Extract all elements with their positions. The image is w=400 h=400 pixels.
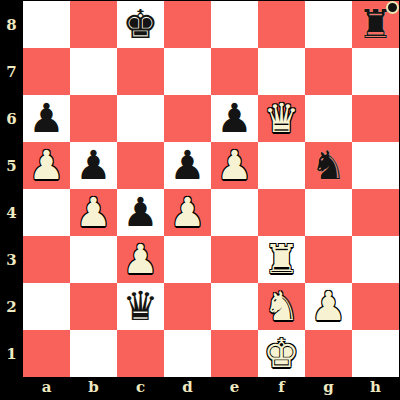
square-f1[interactable]: ♚: [258, 330, 305, 377]
square-b5[interactable]: ♟: [70, 142, 117, 189]
square-a7[interactable]: [23, 48, 70, 95]
square-f6[interactable]: ♛: [258, 95, 305, 142]
white-king-f1[interactable]: ♚: [258, 330, 305, 377]
rank-label-4: 4: [0, 189, 23, 236]
square-d8[interactable]: [164, 1, 211, 48]
white-rook-f3[interactable]: ♜: [258, 236, 305, 283]
square-a6[interactable]: ♟: [23, 95, 70, 142]
white-pawn-c3[interactable]: ♟: [117, 236, 164, 283]
square-c3[interactable]: ♟: [117, 236, 164, 283]
file-label-c: c: [117, 373, 164, 400]
rank-labels: 87654321: [0, 1, 23, 377]
square-g2[interactable]: ♟: [305, 283, 352, 330]
black-pawn-e6[interactable]: ♟: [211, 95, 258, 142]
square-b7[interactable]: [70, 48, 117, 95]
white-pawn-a5[interactable]: ♟: [23, 142, 70, 189]
file-label-e: e: [211, 373, 258, 400]
black-pawn-d5[interactable]: ♟: [164, 142, 211, 189]
square-c4[interactable]: ♟: [117, 189, 164, 236]
white-pawn-e5[interactable]: ♟: [211, 142, 258, 189]
file-label-h: h: [352, 373, 399, 400]
square-h7[interactable]: [352, 48, 399, 95]
white-knight-f2[interactable]: ♞: [258, 283, 305, 330]
square-c7[interactable]: [117, 48, 164, 95]
black-pawn-c4[interactable]: ♟: [117, 189, 164, 236]
file-label-g: g: [305, 373, 352, 400]
square-e8[interactable]: [211, 1, 258, 48]
square-h6[interactable]: [352, 95, 399, 142]
black-knight-g5[interactable]: ♞: [305, 142, 352, 189]
square-d6[interactable]: [164, 95, 211, 142]
square-d2[interactable]: [164, 283, 211, 330]
square-e2[interactable]: [211, 283, 258, 330]
square-g4[interactable]: [305, 189, 352, 236]
rank-label-7: 7: [0, 48, 23, 95]
chess-diagram-frame: 87654321 ♚♜♟♟♛♟♟♟♟♞♟♟♟♟♜♛♞♟♚ abcdefgh: [0, 0, 400, 400]
square-f8[interactable]: [258, 1, 305, 48]
square-b2[interactable]: [70, 283, 117, 330]
h8-corner-dot-marker: [386, 1, 399, 14]
rank-label-2: 2: [0, 283, 23, 330]
chess-board[interactable]: ♚♜♟♟♛♟♟♟♟♞♟♟♟♟♜♛♞♟♚: [23, 1, 399, 377]
square-h2[interactable]: [352, 283, 399, 330]
white-pawn-b4[interactable]: ♟: [70, 189, 117, 236]
square-c8[interactable]: ♚: [117, 1, 164, 48]
square-f4[interactable]: [258, 189, 305, 236]
file-label-b: b: [70, 373, 117, 400]
square-g3[interactable]: [305, 236, 352, 283]
square-f3[interactable]: ♜: [258, 236, 305, 283]
square-b3[interactable]: [70, 236, 117, 283]
square-b8[interactable]: [70, 1, 117, 48]
square-c2[interactable]: ♛: [117, 283, 164, 330]
square-d4[interactable]: ♟: [164, 189, 211, 236]
white-queen-f6[interactable]: ♛: [258, 95, 305, 142]
square-e7[interactable]: [211, 48, 258, 95]
rank-label-1: 1: [0, 330, 23, 377]
file-label-d: d: [164, 373, 211, 400]
square-d3[interactable]: [164, 236, 211, 283]
rank-label-8: 8: [0, 1, 23, 48]
square-g7[interactable]: [305, 48, 352, 95]
square-d7[interactable]: [164, 48, 211, 95]
square-b4[interactable]: ♟: [70, 189, 117, 236]
rank-label-5: 5: [0, 142, 23, 189]
square-a8[interactable]: [23, 1, 70, 48]
square-c6[interactable]: [117, 95, 164, 142]
square-c5[interactable]: [117, 142, 164, 189]
square-h3[interactable]: [352, 236, 399, 283]
square-g1[interactable]: [305, 330, 352, 377]
square-f2[interactable]: ♞: [258, 283, 305, 330]
square-e1[interactable]: [211, 330, 258, 377]
square-g5[interactable]: ♞: [305, 142, 352, 189]
square-a1[interactable]: [23, 330, 70, 377]
square-h5[interactable]: [352, 142, 399, 189]
square-f5[interactable]: [258, 142, 305, 189]
file-label-f: f: [258, 373, 305, 400]
square-e5[interactable]: ♟: [211, 142, 258, 189]
rank-label-6: 6: [0, 95, 23, 142]
square-h8[interactable]: ♜: [352, 1, 399, 48]
square-a2[interactable]: [23, 283, 70, 330]
square-f7[interactable]: [258, 48, 305, 95]
square-b1[interactable]: [70, 330, 117, 377]
square-e6[interactable]: ♟: [211, 95, 258, 142]
square-a3[interactable]: [23, 236, 70, 283]
black-pawn-a6[interactable]: ♟: [23, 95, 70, 142]
black-king-c8[interactable]: ♚: [117, 1, 164, 48]
square-a5[interactable]: ♟: [23, 142, 70, 189]
square-d5[interactable]: ♟: [164, 142, 211, 189]
square-b6[interactable]: [70, 95, 117, 142]
file-label-a: a: [23, 373, 70, 400]
square-c1[interactable]: [117, 330, 164, 377]
file-labels: abcdefgh: [23, 373, 399, 400]
black-pawn-b5[interactable]: ♟: [70, 142, 117, 189]
square-e3[interactable]: [211, 236, 258, 283]
square-h4[interactable]: [352, 189, 399, 236]
square-e4[interactable]: [211, 189, 258, 236]
square-h1[interactable]: [352, 330, 399, 377]
black-queen-c2[interactable]: ♛: [117, 283, 164, 330]
square-a4[interactable]: [23, 189, 70, 236]
white-pawn-g2[interactable]: ♟: [305, 283, 352, 330]
square-g6[interactable]: [305, 95, 352, 142]
square-d1[interactable]: [164, 330, 211, 377]
rank-label-3: 3: [0, 236, 23, 283]
square-g8[interactable]: [305, 1, 352, 48]
white-pawn-d4[interactable]: ♟: [164, 189, 211, 236]
